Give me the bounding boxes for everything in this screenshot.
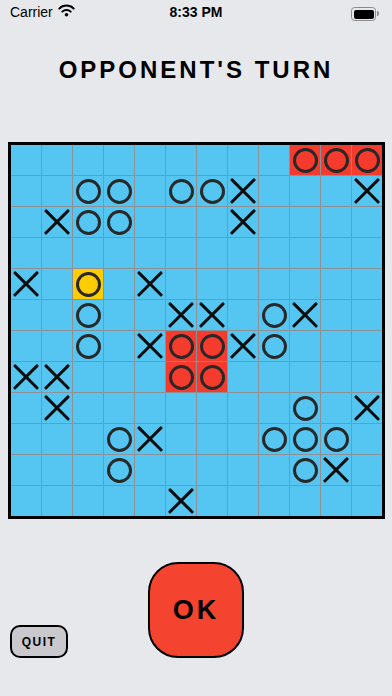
cell-r3c6[interactable] [197,238,227,268]
cell-r6c7[interactable] [228,331,258,361]
cell-r2c11[interactable] [352,207,382,237]
o-piece [169,365,194,390]
cell-r4c2[interactable] [73,269,103,299]
cell-r0c10[interactable] [321,145,351,175]
cell-r3c1[interactable] [42,238,72,268]
x-piece [230,209,256,235]
cell-r4c11[interactable] [352,269,382,299]
x-piece [354,178,380,204]
cell-r11c7[interactable] [228,486,258,516]
x-piece [354,395,380,421]
cell-r10c2[interactable] [73,455,103,485]
cell-r1c7[interactable] [228,176,258,206]
o-piece [107,210,132,235]
o-piece [293,427,318,452]
status-bar: Carrier 8:33 PM [0,0,392,26]
cell-r8c1[interactable] [42,393,72,423]
cell-r10c11[interactable] [352,455,382,485]
cell-r2c10[interactable] [321,207,351,237]
x-piece [137,271,163,297]
cell-r3c5[interactable] [166,238,196,268]
cell-r6c4[interactable] [135,331,165,361]
x-piece [44,364,70,390]
cell-r7c8[interactable] [259,362,289,392]
cell-r5c4[interactable] [135,300,165,330]
x-piece [292,302,318,328]
cell-r0c2[interactable] [73,145,103,175]
turn-status-title: OPPONENT'S TURN [0,56,392,84]
cell-r6c6[interactable] [197,331,227,361]
o-piece [200,365,225,390]
cell-r7c2[interactable] [73,362,103,392]
cell-r5c0[interactable] [11,300,41,330]
cell-r9c11[interactable] [352,424,382,454]
cell-r1c8[interactable] [259,176,289,206]
o-piece [76,334,101,359]
o-piece [76,303,101,328]
cell-r2c5[interactable] [166,207,196,237]
o-piece [107,179,132,204]
cell-r1c4[interactable] [135,176,165,206]
cell-r6c9[interactable] [290,331,320,361]
cell-r3c4[interactable] [135,238,165,268]
cell-r3c8[interactable] [259,238,289,268]
x-piece [199,302,225,328]
cell-r4c5[interactable] [166,269,196,299]
cell-r1c9[interactable] [290,176,320,206]
x-piece [44,395,70,421]
o-piece [293,148,318,173]
cell-r2c0[interactable] [11,207,41,237]
cell-r7c3[interactable] [104,362,134,392]
cell-r6c2[interactable] [73,331,103,361]
cell-r2c8[interactable] [259,207,289,237]
cell-r3c9[interactable] [290,238,320,268]
o-piece [262,427,287,452]
cell-r5c7[interactable] [228,300,258,330]
cell-r8c5[interactable] [166,393,196,423]
cell-r3c2[interactable] [73,238,103,268]
o-piece [200,179,225,204]
quit-button[interactable]: QUIT [10,625,68,658]
cell-r10c6[interactable] [197,455,227,485]
cell-r1c3[interactable] [104,176,134,206]
cell-r1c2[interactable] [73,176,103,206]
cell-r7c4[interactable] [135,362,165,392]
cell-r11c0[interactable] [11,486,41,516]
cell-r8c0[interactable] [11,393,41,423]
o-piece [107,458,132,483]
o-piece [76,179,101,204]
cell-r11c1[interactable] [42,486,72,516]
cell-r7c10[interactable] [321,362,351,392]
cell-r7c9[interactable] [290,362,320,392]
cell-r10c0[interactable] [11,455,41,485]
cell-r4c0[interactable] [11,269,41,299]
cell-r5c3[interactable] [104,300,134,330]
cell-r4c3[interactable] [104,269,134,299]
cell-r1c10[interactable] [321,176,351,206]
cell-r5c2[interactable] [73,300,103,330]
cell-r0c5[interactable] [166,145,196,175]
cell-r8c11[interactable] [352,393,382,423]
cell-r4c7[interactable] [228,269,258,299]
app-screen: Carrier 8:33 PM OPPONENT'S TURN OK QUIT [0,0,392,696]
cell-r4c8[interactable] [259,269,289,299]
o-piece [355,148,380,173]
cell-r1c1[interactable] [42,176,72,206]
cell-r10c5[interactable] [166,455,196,485]
x-piece [44,209,70,235]
cell-r6c5[interactable] [166,331,196,361]
x-piece [168,302,194,328]
cell-r8c3[interactable] [104,393,134,423]
cell-r9c0[interactable] [11,424,41,454]
cell-r2c9[interactable] [290,207,320,237]
cell-r6c8[interactable] [259,331,289,361]
cell-r8c4[interactable] [135,393,165,423]
cell-r6c3[interactable] [104,331,134,361]
cell-r0c8[interactable] [259,145,289,175]
cell-r2c2[interactable] [73,207,103,237]
cell-r10c9[interactable] [290,455,320,485]
o-piece [324,148,349,173]
x-piece [230,333,256,359]
cell-r10c10[interactable] [321,455,351,485]
cell-r9c4[interactable] [135,424,165,454]
o-piece [76,272,101,297]
cell-r0c7[interactable] [228,145,258,175]
cell-r11c10[interactable] [321,486,351,516]
cell-r2c6[interactable] [197,207,227,237]
cell-r5c6[interactable] [197,300,227,330]
o-piece [262,303,287,328]
board [8,142,385,519]
cell-r8c10[interactable] [321,393,351,423]
cell-r0c4[interactable] [135,145,165,175]
cell-r1c6[interactable] [197,176,227,206]
cell-r7c6[interactable] [197,362,227,392]
cell-r7c11[interactable] [352,362,382,392]
cell-r3c3[interactable] [104,238,134,268]
cell-r3c10[interactable] [321,238,351,268]
cell-r0c1[interactable] [42,145,72,175]
cell-r11c11[interactable] [352,486,382,516]
cell-r4c4[interactable] [135,269,165,299]
cell-r10c1[interactable] [42,455,72,485]
cell-r10c3[interactable] [104,455,134,485]
ok-button[interactable]: OK [148,562,244,658]
cell-r9c5[interactable] [166,424,196,454]
x-piece [323,457,349,483]
o-piece [169,334,194,359]
cell-r0c6[interactable] [197,145,227,175]
cell-r2c3[interactable] [104,207,134,237]
cell-r0c3[interactable] [104,145,134,175]
status-time: 8:33 PM [0,4,392,20]
o-piece [200,334,225,359]
cell-r4c6[interactable] [197,269,227,299]
cell-r6c10[interactable] [321,331,351,361]
x-piece [137,426,163,452]
cell-r11c4[interactable] [135,486,165,516]
cell-r7c5[interactable] [166,362,196,392]
cell-r5c10[interactable] [321,300,351,330]
cell-r10c4[interactable] [135,455,165,485]
o-piece [262,334,287,359]
cell-r11c6[interactable] [197,486,227,516]
cell-r2c1[interactable] [42,207,72,237]
cell-r8c6[interactable] [197,393,227,423]
cell-r11c2[interactable] [73,486,103,516]
cell-r2c7[interactable] [228,207,258,237]
cell-r1c5[interactable] [166,176,196,206]
cell-r6c11[interactable] [352,331,382,361]
cell-r2c4[interactable] [135,207,165,237]
cell-r9c3[interactable] [104,424,134,454]
x-piece [230,178,256,204]
cell-r3c7[interactable] [228,238,258,268]
cell-r7c1[interactable] [42,362,72,392]
x-piece [13,271,39,297]
cell-r5c11[interactable] [352,300,382,330]
battery-full-icon [351,7,376,21]
cell-r7c0[interactable] [11,362,41,392]
cell-r0c0[interactable] [11,145,41,175]
cell-r5c9[interactable] [290,300,320,330]
cell-r6c1[interactable] [42,331,72,361]
cell-r8c8[interactable] [259,393,289,423]
cell-r9c10[interactable] [321,424,351,454]
cell-r0c11[interactable] [352,145,382,175]
o-piece [107,427,132,452]
cell-r4c1[interactable] [42,269,72,299]
cell-r11c8[interactable] [259,486,289,516]
cell-r9c1[interactable] [42,424,72,454]
cell-r6c0[interactable] [11,331,41,361]
cell-r9c7[interactable] [228,424,258,454]
cell-r3c0[interactable] [11,238,41,268]
cell-r9c9[interactable] [290,424,320,454]
cell-r11c5[interactable] [166,486,196,516]
cell-r11c3[interactable] [104,486,134,516]
cell-r4c9[interactable] [290,269,320,299]
cell-r10c8[interactable] [259,455,289,485]
cell-r10c7[interactable] [228,455,258,485]
o-piece [169,179,194,204]
cell-r11c9[interactable] [290,486,320,516]
x-piece [137,333,163,359]
x-piece [13,364,39,390]
cell-r3c11[interactable] [352,238,382,268]
cell-r1c11[interactable] [352,176,382,206]
cell-r5c1[interactable] [42,300,72,330]
cell-r8c9[interactable] [290,393,320,423]
cell-r5c8[interactable] [259,300,289,330]
cell-r9c8[interactable] [259,424,289,454]
cell-r9c6[interactable] [197,424,227,454]
o-piece [293,396,318,421]
x-piece [168,488,194,514]
cell-r1c0[interactable] [11,176,41,206]
o-piece [293,458,318,483]
o-piece [76,210,101,235]
cell-r7c7[interactable] [228,362,258,392]
o-piece [324,427,349,452]
cell-r8c7[interactable] [228,393,258,423]
cell-r4c10[interactable] [321,269,351,299]
cell-r5c5[interactable] [166,300,196,330]
cell-r8c2[interactable] [73,393,103,423]
cell-r0c9[interactable] [290,145,320,175]
cell-r9c2[interactable] [73,424,103,454]
